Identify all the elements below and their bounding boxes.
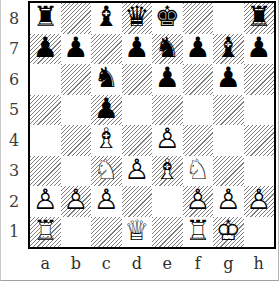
piece-white-pawn[interactable]: ♟♙	[183, 186, 214, 217]
piece-black-knight[interactable]: ♞	[91, 64, 122, 95]
square-e8[interactable]: ♚	[152, 3, 183, 34]
square-f5[interactable]	[183, 95, 214, 126]
black-piece-glyph: ♜	[246, 3, 271, 31]
white-piece-outline: ♘	[185, 156, 210, 184]
black-piece-glyph: ♟	[185, 34, 210, 62]
file-label-d: d	[122, 250, 153, 277]
square-d7[interactable]: ♟	[122, 34, 153, 65]
square-e4[interactable]: ♟♙	[152, 125, 183, 156]
file-label-g: g	[213, 250, 244, 277]
rank-label-3: 3	[1, 156, 27, 187]
piece-white-queen[interactable]: ♛♕	[122, 217, 153, 248]
piece-white-pawn[interactable]: ♟♙	[244, 186, 275, 217]
black-piece-glyph: ♝	[94, 3, 119, 31]
piece-black-pawn[interactable]: ♟	[122, 34, 153, 65]
piece-black-rook[interactable]: ♜	[244, 3, 275, 34]
piece-white-bishop[interactable]: ♝♗	[152, 156, 183, 187]
square-c8[interactable]: ♝	[91, 3, 122, 34]
piece-white-rook[interactable]: ♜♖	[183, 217, 214, 248]
chess-diagram: 87654321 ♜♝♛♚♜♟♟♟♞♟♝♟♞♟♟♟♝♗♟♙♞♘♟♙♝♗♞♘♟♙♟…	[0, 0, 279, 281]
black-piece-glyph: ♟	[155, 64, 180, 92]
square-f7[interactable]: ♟	[183, 34, 214, 65]
square-g6[interactable]: ♟	[213, 64, 244, 95]
square-c1[interactable]	[91, 217, 122, 248]
square-f3[interactable]: ♞♘	[183, 156, 214, 187]
piece-white-bishop[interactable]: ♝♗	[91, 125, 122, 156]
black-piece-glyph: ♛	[124, 3, 149, 31]
square-d1[interactable]: ♛♕	[122, 217, 153, 248]
piece-white-pawn[interactable]: ♟♙	[213, 186, 244, 217]
square-a4[interactable]	[30, 125, 61, 156]
square-a7[interactable]: ♟	[30, 34, 61, 65]
black-piece-glyph: ♜	[33, 3, 58, 31]
square-c2[interactable]: ♟♙	[91, 186, 122, 217]
black-piece-glyph: ♞	[94, 64, 119, 92]
square-g3[interactable]	[213, 156, 244, 187]
square-c3[interactable]: ♞♘	[91, 156, 122, 187]
black-piece-glyph: ♝	[216, 34, 241, 62]
square-a5[interactable]	[30, 95, 61, 126]
white-piece-outline: ♗	[94, 125, 119, 153]
square-f8[interactable]	[183, 3, 214, 34]
square-g4[interactable]	[213, 125, 244, 156]
square-h3[interactable]	[244, 156, 275, 187]
piece-black-pawn[interactable]: ♟	[183, 34, 214, 65]
square-c6[interactable]: ♞	[91, 64, 122, 95]
square-c4[interactable]: ♝♗	[91, 125, 122, 156]
chess-board: ♜♝♛♚♜♟♟♟♞♟♝♟♞♟♟♟♝♗♟♙♞♘♟♙♝♗♞♘♟♙♟♙♟♙♟♙♟♙♟♙…	[28, 1, 276, 249]
black-piece-glyph: ♟	[124, 34, 149, 62]
square-e7[interactable]: ♞	[152, 34, 183, 65]
square-a2[interactable]: ♟♙	[30, 186, 61, 217]
square-f4[interactable]	[183, 125, 214, 156]
white-piece-outline: ♙	[216, 186, 241, 214]
file-label-c: c	[91, 250, 122, 277]
square-h7[interactable]: ♟	[244, 34, 275, 65]
white-piece-outline: ♖	[185, 217, 210, 245]
file-label-b: b	[61, 250, 92, 277]
square-g8[interactable]	[213, 3, 244, 34]
black-piece-glyph: ♟	[216, 64, 241, 92]
white-piece-outline: ♖	[33, 217, 58, 245]
white-piece-outline: ♙	[185, 186, 210, 214]
square-h8[interactable]: ♜	[244, 3, 275, 34]
piece-black-pawn[interactable]: ♟	[30, 34, 61, 65]
square-e3[interactable]: ♝♗	[152, 156, 183, 187]
square-b7[interactable]: ♟	[61, 34, 92, 65]
square-e5[interactable]	[152, 95, 183, 126]
white-piece-outline: ♙	[155, 125, 180, 153]
piece-black-king[interactable]: ♚	[152, 3, 183, 34]
black-piece-glyph: ♟	[33, 34, 58, 62]
file-label-h: h	[244, 250, 275, 277]
square-b4[interactable]	[61, 125, 92, 156]
file-label-a: a	[30, 250, 61, 277]
square-c5[interactable]: ♟	[91, 95, 122, 126]
square-g1[interactable]: ♚♔	[213, 217, 244, 248]
square-c7[interactable]	[91, 34, 122, 65]
square-h2[interactable]: ♟♙	[244, 186, 275, 217]
square-g5[interactable]	[213, 95, 244, 126]
piece-white-pawn[interactable]: ♟♙	[91, 186, 122, 217]
square-b5[interactable]	[61, 95, 92, 126]
piece-white-pawn[interactable]: ♟♙	[152, 125, 183, 156]
piece-black-knight[interactable]: ♞	[152, 34, 183, 65]
rank-label-7: 7	[1, 34, 27, 65]
piece-white-pawn[interactable]: ♟♙	[122, 156, 153, 187]
square-d4[interactable]	[122, 125, 153, 156]
square-e6[interactable]: ♟	[152, 64, 183, 95]
square-g7[interactable]: ♝	[213, 34, 244, 65]
white-piece-outline: ♙	[63, 186, 88, 214]
piece-white-king[interactable]: ♚♔	[213, 217, 244, 248]
square-h5[interactable]	[244, 95, 275, 126]
black-piece-glyph: ♚	[155, 3, 180, 31]
piece-black-pawn[interactable]: ♟	[61, 34, 92, 65]
white-piece-outline: ♙	[246, 186, 271, 214]
square-b1[interactable]	[61, 217, 92, 248]
piece-black-queen[interactable]: ♛	[122, 3, 153, 34]
piece-black-rook[interactable]: ♜	[30, 3, 61, 34]
rank-labels: 87654321	[1, 3, 27, 247]
square-e2[interactable]	[152, 186, 183, 217]
piece-white-knight[interactable]: ♞♘	[183, 156, 214, 187]
black-piece-glyph: ♞	[155, 34, 180, 62]
piece-white-pawn[interactable]: ♟♙	[61, 186, 92, 217]
white-piece-outline: ♙	[94, 186, 119, 214]
white-piece-outline: ♕	[124, 217, 149, 245]
file-label-e: e	[152, 250, 183, 277]
square-g2[interactable]: ♟♙	[213, 186, 244, 217]
square-b3[interactable]	[61, 156, 92, 187]
rank-label-8: 8	[1, 3, 27, 34]
square-d2[interactable]	[122, 186, 153, 217]
black-piece-glyph: ♟	[63, 34, 88, 62]
file-labels: abcdefgh	[30, 250, 274, 277]
piece-white-pawn[interactable]: ♟♙	[30, 186, 61, 217]
square-d8[interactable]: ♛	[122, 3, 153, 34]
piece-black-pawn[interactable]: ♟	[91, 95, 122, 126]
rank-label-6: 6	[1, 64, 27, 95]
rank-label-4: 4	[1, 125, 27, 156]
square-b8[interactable]	[61, 3, 92, 34]
square-a1[interactable]: ♜♖	[30, 217, 61, 248]
square-a8[interactable]: ♜	[30, 3, 61, 34]
white-piece-outline: ♔	[216, 217, 241, 245]
square-b6[interactable]	[61, 64, 92, 95]
piece-black-pawn[interactable]: ♟	[213, 64, 244, 95]
black-piece-glyph: ♟	[94, 95, 119, 123]
square-b2[interactable]: ♟♙	[61, 186, 92, 217]
white-piece-outline: ♘	[94, 156, 119, 184]
square-d6[interactable]	[122, 64, 153, 95]
square-h6[interactable]	[244, 64, 275, 95]
square-f2[interactable]: ♟♙	[183, 186, 214, 217]
square-f6[interactable]	[183, 64, 214, 95]
square-h4[interactable]	[244, 125, 275, 156]
white-piece-outline: ♗	[155, 156, 180, 184]
piece-white-rook[interactable]: ♜♖	[30, 217, 61, 248]
piece-black-bishop[interactable]: ♝	[213, 34, 244, 65]
square-e1[interactable]	[152, 217, 183, 248]
square-a6[interactable]	[30, 64, 61, 95]
rank-label-5: 5	[1, 95, 27, 126]
piece-black-pawn[interactable]: ♟	[152, 64, 183, 95]
white-piece-outline: ♙	[33, 186, 58, 214]
piece-black-bishop[interactable]: ♝	[91, 3, 122, 34]
square-d3[interactable]: ♟♙	[122, 156, 153, 187]
white-piece-outline: ♙	[124, 156, 149, 184]
square-f1[interactable]: ♜♖	[183, 217, 214, 248]
piece-white-knight[interactable]: ♞♘	[91, 156, 122, 187]
black-piece-glyph: ♟	[246, 34, 271, 62]
square-d5[interactable]	[122, 95, 153, 126]
square-h1[interactable]	[244, 217, 275, 248]
square-a3[interactable]	[30, 156, 61, 187]
file-label-f: f	[183, 250, 214, 277]
rank-label-1: 1	[1, 217, 27, 248]
piece-black-pawn[interactable]: ♟	[244, 34, 275, 65]
rank-label-2: 2	[1, 186, 27, 217]
